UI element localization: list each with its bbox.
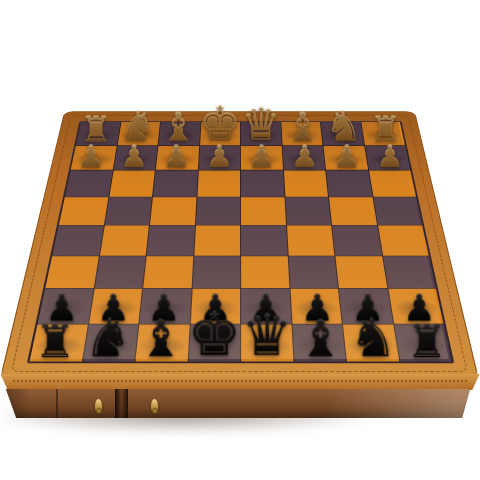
square-g4[interactable] xyxy=(104,197,152,225)
piece-black-bishop[interactable]: ♝ xyxy=(138,313,184,364)
square-b3[interactable] xyxy=(326,170,372,196)
square-g3[interactable] xyxy=(109,170,155,196)
piece-black-king[interactable]: ♚ xyxy=(187,303,241,364)
square-b2[interactable]: ♟ xyxy=(323,146,367,170)
square-c4[interactable] xyxy=(285,197,331,225)
chess-set-scene: ♜♞♝♚♛♝♞♜♟♟♟♟♟♟♟♟♟♟♟♟♟♟♟♟♜♞♝♚♛♝♞♜ xyxy=(0,0,480,480)
square-c6[interactable] xyxy=(288,256,338,288)
square-g5[interactable] xyxy=(100,225,149,255)
drawer-knob-left[interactable] xyxy=(95,399,102,413)
square-a2[interactable]: ♟ xyxy=(365,146,411,170)
square-c8[interactable]: ♝ xyxy=(292,324,346,361)
square-f8[interactable]: ♝ xyxy=(135,324,189,361)
square-c2[interactable]: ♟ xyxy=(282,146,325,170)
square-f4[interactable] xyxy=(150,197,196,225)
square-f6[interactable] xyxy=(143,256,193,288)
piece-white-pawn[interactable]: ♟ xyxy=(77,141,105,172)
piece-black-bishop[interactable]: ♝ xyxy=(297,313,343,364)
square-a6[interactable] xyxy=(383,256,436,288)
floor-shadow xyxy=(6,405,466,447)
piece-black-rook[interactable]: ♜ xyxy=(406,319,447,364)
square-g6[interactable] xyxy=(94,256,145,288)
piece-black-rook[interactable]: ♜ xyxy=(35,319,76,364)
square-d6[interactable] xyxy=(241,256,289,288)
square-h3[interactable] xyxy=(65,170,112,196)
square-b6[interactable] xyxy=(335,256,386,288)
square-h2[interactable]: ♟ xyxy=(71,146,117,170)
piece-white-pawn[interactable]: ♟ xyxy=(120,141,148,172)
piece-black-queen[interactable]: ♛ xyxy=(241,307,292,364)
piece-white-pawn[interactable]: ♟ xyxy=(291,141,319,172)
square-e8[interactable]: ♚ xyxy=(188,324,240,361)
piece-white-pawn[interactable]: ♟ xyxy=(163,141,191,172)
square-a3[interactable] xyxy=(369,170,416,196)
square-h6[interactable] xyxy=(45,256,98,288)
square-d8[interactable]: ♛ xyxy=(241,324,293,361)
square-b4[interactable] xyxy=(329,197,377,225)
square-e5[interactable] xyxy=(194,225,240,255)
piece-black-knight[interactable]: ♞ xyxy=(349,310,397,364)
square-h8[interactable]: ♜ xyxy=(30,324,88,361)
piece-black-knight[interactable]: ♞ xyxy=(84,310,132,364)
piece-white-pawn[interactable]: ♟ xyxy=(376,141,404,172)
square-a4[interactable] xyxy=(373,197,422,225)
square-b8[interactable]: ♞ xyxy=(343,324,399,361)
drawer-knob-right[interactable] xyxy=(151,399,158,413)
board-frame: ♜♞♝♚♛♝♞♜♟♟♟♟♟♟♟♟♟♟♟♟♟♟♟♟♜♞♝♚♛♝♞♜ xyxy=(0,111,479,379)
square-d3[interactable] xyxy=(241,170,284,196)
piece-white-pawn[interactable]: ♟ xyxy=(333,141,361,172)
piece-white-pawn[interactable]: ♟ xyxy=(248,141,276,172)
square-a8[interactable]: ♜ xyxy=(394,324,452,361)
piece-white-pawn[interactable]: ♟ xyxy=(205,141,233,172)
square-c3[interactable] xyxy=(284,170,328,196)
square-e3[interactable] xyxy=(197,170,240,196)
square-f3[interactable] xyxy=(153,170,197,196)
square-f2[interactable]: ♟ xyxy=(156,146,199,170)
stitching-line xyxy=(13,380,468,382)
square-h5[interactable] xyxy=(52,225,103,255)
square-h4[interactable] xyxy=(59,197,108,225)
square-d2[interactable]: ♟ xyxy=(241,146,283,170)
square-d4[interactable] xyxy=(241,197,286,225)
square-f5[interactable] xyxy=(147,225,195,255)
square-c5[interactable] xyxy=(287,225,335,255)
square-e4[interactable] xyxy=(195,197,240,225)
chess-board[interactable]: ♜♞♝♚♛♝♞♜♟♟♟♟♟♟♟♟♟♟♟♟♟♟♟♟♜♞♝♚♛♝♞♜ xyxy=(27,121,454,363)
square-b5[interactable] xyxy=(332,225,381,255)
square-e6[interactable] xyxy=(192,256,240,288)
square-a5[interactable] xyxy=(378,225,429,255)
square-g2[interactable]: ♟ xyxy=(113,146,157,170)
square-g8[interactable]: ♞ xyxy=(82,324,138,361)
board-3d-wrapper: ♜♞♝♚♛♝♞♜♟♟♟♟♟♟♟♟♟♟♟♟♟♟♟♟♜♞♝♚♛♝♞♜ xyxy=(0,111,479,379)
square-e2[interactable]: ♟ xyxy=(198,146,240,170)
square-d5[interactable] xyxy=(241,225,287,255)
